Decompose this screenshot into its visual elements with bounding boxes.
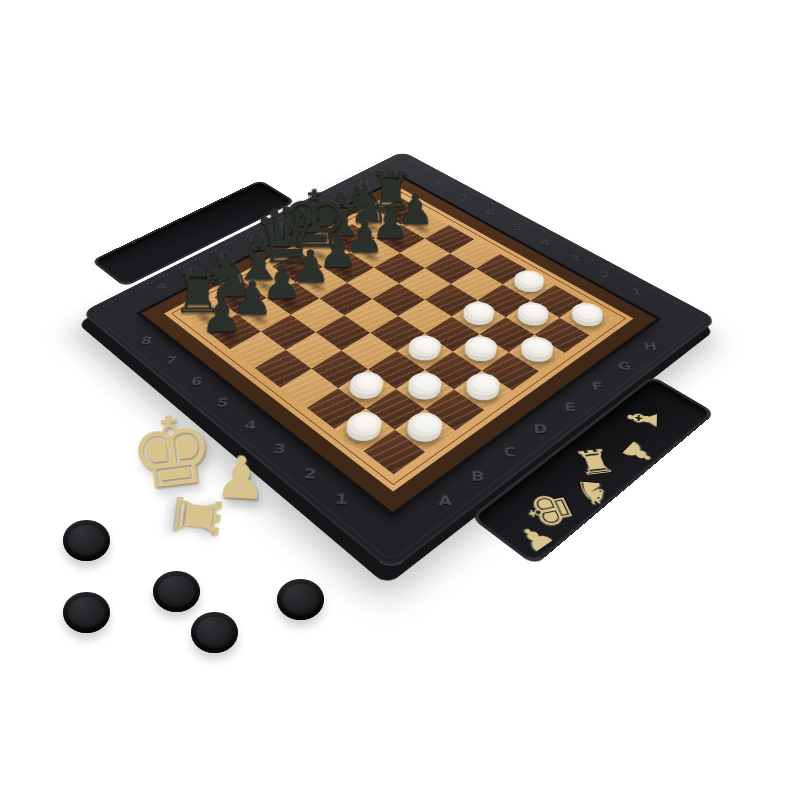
- square-d1[interactable]: [454, 371, 512, 410]
- rank-label-6: 6: [471, 204, 509, 220]
- file-label-B: B: [459, 459, 498, 495]
- rank-label-5: 5: [498, 219, 537, 236]
- square-f3[interactable]: [452, 300, 506, 334]
- tray-tan-piece-0[interactable]: ♝: [623, 404, 664, 434]
- board-frame: ♝♟♜♞♚♟ 87654321 87654321 ABCDEFGH ABCDEF…: [81, 151, 717, 571]
- file-label-A: A: [426, 483, 465, 520]
- white-checker-e2[interactable]: [459, 332, 503, 361]
- foreground-black-checker-1[interactable]: [63, 592, 110, 633]
- square-f5[interactable]: [399, 268, 451, 300]
- rank-label-4: 4: [526, 234, 566, 251]
- rank-label-1: 1: [316, 485, 367, 514]
- board-maple-border: ♜♟♞♟♝♟♚♟♛♟♝♟♞♟♜♟: [164, 189, 633, 492]
- rank-label-5: 5: [198, 391, 247, 416]
- chessboard-grid: ♜♟♞♟♝♟♚♟♛♟♝♟♞♟♜♟: [184, 198, 614, 474]
- rank-label-4: 4: [226, 413, 276, 439]
- foreground-black-checker-4[interactable]: [277, 579, 324, 620]
- game-board-3d: ♝♟♜♞♚♟ 87654321 87654321 ABCDEFGH ABCDEF…: [81, 151, 717, 571]
- file-label-H: H: [631, 333, 671, 361]
- white-checker-g2[interactable]: [512, 299, 555, 326]
- rank-label-2: 2: [284, 460, 334, 488]
- foreground-black-checker-0[interactable]: [63, 520, 110, 561]
- foreground-black-checker-3[interactable]: [191, 612, 238, 653]
- rank-label-3: 3: [254, 436, 304, 463]
- rank-label-7: 7: [446, 190, 482, 206]
- tray-tan-piece-1[interactable]: ♟: [614, 436, 660, 469]
- rank-label-8: 8: [122, 330, 170, 352]
- rank-label-7: 7: [146, 349, 194, 372]
- file-label-D: D: [521, 414, 561, 447]
- file-label-E: E: [550, 392, 590, 423]
- tray-tan-piece-3[interactable]: ♞: [574, 477, 612, 510]
- rank-label-6: 6: [172, 370, 221, 394]
- file-label-C: C: [491, 436, 530, 470]
- black-pawn-a7[interactable]: ♟: [200, 293, 242, 338]
- foreground-tan-piece-1[interactable]: ♜: [165, 486, 231, 547]
- product-photo-scene: ♝♟♜♞♚♟ 87654321 87654321 ABCDEFGH ABCDEF…: [0, 0, 800, 800]
- square-a1[interactable]: [363, 430, 425, 474]
- file-label-G: G: [605, 352, 645, 381]
- square-c2[interactable]: [396, 370, 454, 409]
- file-label-F: F: [578, 372, 618, 402]
- foreground-black-checker-2[interactable]: [153, 571, 200, 612]
